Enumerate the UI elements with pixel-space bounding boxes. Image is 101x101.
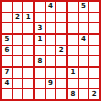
cell-r5c7[interactable] bbox=[68, 46, 78, 56]
cell-r8c1[interactable]: 4 bbox=[2, 79, 12, 89]
cell-r2c6[interactable] bbox=[56, 13, 66, 23]
sudoku-board: 21435561284749182 bbox=[0, 0, 101, 101]
cell-r3c6[interactable] bbox=[56, 23, 66, 33]
cell-r7c2[interactable] bbox=[13, 68, 23, 78]
cell-r1c3[interactable] bbox=[23, 2, 33, 12]
cell-r4c9[interactable] bbox=[89, 35, 99, 45]
cell-r2c3[interactable]: 1 bbox=[23, 13, 33, 23]
cell-r6c9[interactable] bbox=[89, 56, 99, 66]
cell-r4c3[interactable] bbox=[23, 35, 33, 45]
cell-r3c9[interactable] bbox=[89, 23, 99, 33]
sudoku-box-2-1: 9 bbox=[35, 68, 66, 99]
cell-r1c5[interactable]: 4 bbox=[46, 2, 56, 12]
sudoku-box-0-0: 21 bbox=[2, 2, 33, 33]
sudoku-box-1-0: 56 bbox=[2, 35, 33, 66]
cell-r4c8[interactable]: 4 bbox=[79, 35, 89, 45]
cell-r7c4[interactable] bbox=[35, 68, 45, 78]
cell-r3c5[interactable] bbox=[46, 23, 56, 33]
sudoku-box-1-2: 4 bbox=[68, 35, 99, 66]
cell-r7c3[interactable] bbox=[23, 68, 33, 78]
cell-r6c8[interactable] bbox=[79, 56, 89, 66]
sudoku-box-0-1: 43 bbox=[35, 2, 66, 33]
cell-r7c9[interactable] bbox=[89, 68, 99, 78]
cell-r1c7[interactable] bbox=[68, 2, 78, 12]
cell-r8c8[interactable] bbox=[79, 79, 89, 89]
cell-r2c2[interactable]: 2 bbox=[13, 13, 23, 23]
cell-r9c5[interactable] bbox=[46, 89, 56, 99]
cell-r4c5[interactable] bbox=[46, 35, 56, 45]
cell-r6c7[interactable] bbox=[68, 56, 78, 66]
cell-r2c1[interactable] bbox=[2, 13, 12, 23]
cell-r4c6[interactable] bbox=[56, 35, 66, 45]
cell-r2c5[interactable] bbox=[46, 13, 56, 23]
cell-r7c6[interactable] bbox=[56, 68, 66, 78]
cell-r4c7[interactable] bbox=[68, 35, 78, 45]
cell-r5c1[interactable]: 6 bbox=[2, 46, 12, 56]
cell-r3c2[interactable] bbox=[13, 23, 23, 33]
cell-r9c2[interactable] bbox=[13, 89, 23, 99]
cell-r7c7[interactable]: 1 bbox=[68, 68, 78, 78]
cell-r3c8[interactable] bbox=[79, 23, 89, 33]
cell-r5c6[interactable]: 2 bbox=[56, 46, 66, 56]
cell-r4c1[interactable]: 5 bbox=[2, 35, 12, 45]
cell-r6c3[interactable] bbox=[23, 56, 33, 66]
cell-r9c3[interactable] bbox=[23, 89, 33, 99]
cell-r5c2[interactable] bbox=[13, 46, 23, 56]
cell-r9c8[interactable] bbox=[79, 89, 89, 99]
cell-r9c6[interactable] bbox=[56, 89, 66, 99]
sudoku-box-1-1: 128 bbox=[35, 35, 66, 66]
cell-r4c4[interactable]: 1 bbox=[35, 35, 45, 45]
cell-r5c3[interactable] bbox=[23, 46, 33, 56]
cell-r8c5[interactable]: 9 bbox=[46, 79, 56, 89]
cell-r3c7[interactable] bbox=[68, 23, 78, 33]
cell-r9c4[interactable] bbox=[35, 89, 45, 99]
cell-r1c9[interactable] bbox=[89, 2, 99, 12]
cell-r2c8[interactable] bbox=[79, 13, 89, 23]
cell-r8c4[interactable] bbox=[35, 79, 45, 89]
cell-r6c5[interactable] bbox=[46, 56, 56, 66]
cell-r8c6[interactable] bbox=[56, 79, 66, 89]
cell-r8c2[interactable] bbox=[13, 79, 23, 89]
cell-r5c9[interactable] bbox=[89, 46, 99, 56]
cell-r8c3[interactable] bbox=[23, 79, 33, 89]
cell-r1c2[interactable] bbox=[13, 2, 23, 12]
cell-r6c4[interactable]: 8 bbox=[35, 56, 45, 66]
cell-r9c7[interactable]: 8 bbox=[68, 89, 78, 99]
cell-r7c8[interactable] bbox=[79, 68, 89, 78]
cell-r2c7[interactable] bbox=[68, 13, 78, 23]
cell-r5c8[interactable] bbox=[79, 46, 89, 56]
cell-r1c4[interactable] bbox=[35, 2, 45, 12]
cell-r8c9[interactable] bbox=[89, 79, 99, 89]
cell-r2c4[interactable] bbox=[35, 13, 45, 23]
cell-r3c3[interactable] bbox=[23, 23, 33, 33]
cell-r6c1[interactable] bbox=[2, 56, 12, 66]
sudoku-box-0-2: 5 bbox=[68, 2, 99, 33]
cell-r6c6[interactable] bbox=[56, 56, 66, 66]
sudoku-box-2-0: 74 bbox=[2, 68, 33, 99]
cell-r9c1[interactable] bbox=[2, 89, 12, 99]
cell-r4c2[interactable] bbox=[13, 35, 23, 45]
cell-r1c8[interactable]: 5 bbox=[79, 2, 89, 12]
cell-r7c5[interactable] bbox=[46, 68, 56, 78]
cell-r1c6[interactable] bbox=[56, 2, 66, 12]
cell-r8c7[interactable] bbox=[68, 79, 78, 89]
cell-r6c2[interactable] bbox=[13, 56, 23, 66]
cell-r9c9[interactable]: 2 bbox=[89, 89, 99, 99]
cell-r2c9[interactable] bbox=[89, 13, 99, 23]
sudoku-box-2-2: 182 bbox=[68, 68, 99, 99]
cell-r7c1[interactable]: 7 bbox=[2, 68, 12, 78]
cell-r3c1[interactable] bbox=[2, 23, 12, 33]
cell-r5c5[interactable] bbox=[46, 46, 56, 56]
cell-r1c1[interactable] bbox=[2, 2, 12, 12]
cell-r3c4[interactable]: 3 bbox=[35, 23, 45, 33]
cell-r5c4[interactable] bbox=[35, 46, 45, 56]
